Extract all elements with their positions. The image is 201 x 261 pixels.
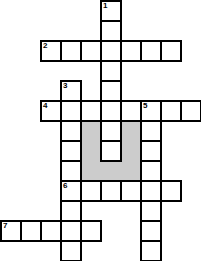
grid-cell[interactable] <box>80 40 102 62</box>
grid-cell[interactable] <box>160 100 182 122</box>
grid-cell[interactable]: 4 <box>40 100 62 122</box>
grid-cell[interactable] <box>60 160 82 182</box>
clue-number: 3 <box>63 82 67 90</box>
grid-cell[interactable] <box>80 100 102 122</box>
grid-cell[interactable]: 3 <box>60 80 82 102</box>
grid-cell[interactable] <box>100 60 122 82</box>
grid-cell[interactable] <box>60 240 82 261</box>
blocked-cell <box>120 140 140 160</box>
grid-cell[interactable] <box>60 220 82 242</box>
clue-number: 1 <box>103 2 107 10</box>
grid-cell[interactable] <box>120 180 142 202</box>
clue-number: 5 <box>143 102 147 110</box>
blocked-cell <box>80 120 100 140</box>
grid-cell[interactable] <box>120 40 142 62</box>
grid-cell[interactable]: 2 <box>40 40 62 62</box>
grid-cell[interactable] <box>100 40 122 62</box>
clue-number: 7 <box>3 222 7 230</box>
grid-cell[interactable] <box>100 140 122 162</box>
grid-cell[interactable] <box>40 220 62 242</box>
grid-cell[interactable] <box>60 140 82 162</box>
grid-cell[interactable] <box>140 200 162 222</box>
grid-cell[interactable] <box>100 20 122 42</box>
grid-cell[interactable]: 7 <box>0 220 22 242</box>
grid-cell[interactable] <box>60 200 82 222</box>
grid-cell[interactable]: 6 <box>60 180 82 202</box>
grid-cell[interactable]: 1 <box>100 0 122 22</box>
clue-number: 2 <box>43 42 47 50</box>
blocked-cell <box>80 140 100 160</box>
grid-cell[interactable] <box>140 240 162 261</box>
blocked-cell <box>100 160 120 180</box>
grid-cell[interactable] <box>120 100 142 122</box>
grid-cell[interactable] <box>140 180 162 202</box>
grid-cell[interactable] <box>180 100 201 122</box>
grid-cell[interactable] <box>140 140 162 162</box>
blocked-cell <box>120 160 140 180</box>
grid-cell[interactable] <box>140 160 162 182</box>
clue-number: 4 <box>43 102 47 110</box>
grid-cell[interactable] <box>160 40 182 62</box>
grid-cell[interactable] <box>60 100 82 122</box>
clue-number: 6 <box>63 182 67 190</box>
blocked-cell <box>120 120 140 140</box>
grid-cell[interactable] <box>140 120 162 142</box>
grid-cell[interactable] <box>140 40 162 62</box>
grid-cell[interactable] <box>100 80 122 102</box>
grid-cell[interactable] <box>80 220 102 242</box>
grid-cell[interactable] <box>60 120 82 142</box>
grid-cell[interactable] <box>20 220 42 242</box>
grid-cell[interactable] <box>80 180 102 202</box>
grid-cell[interactable] <box>60 40 82 62</box>
crossword-board: 1234567 <box>0 0 201 261</box>
grid-cell[interactable] <box>100 120 122 142</box>
grid-cell[interactable] <box>160 180 182 202</box>
grid-cell[interactable] <box>100 180 122 202</box>
grid-cell[interactable] <box>140 220 162 242</box>
blocked-cell <box>80 160 100 180</box>
grid-cell[interactable] <box>100 100 122 122</box>
grid-cell[interactable]: 5 <box>140 100 162 122</box>
